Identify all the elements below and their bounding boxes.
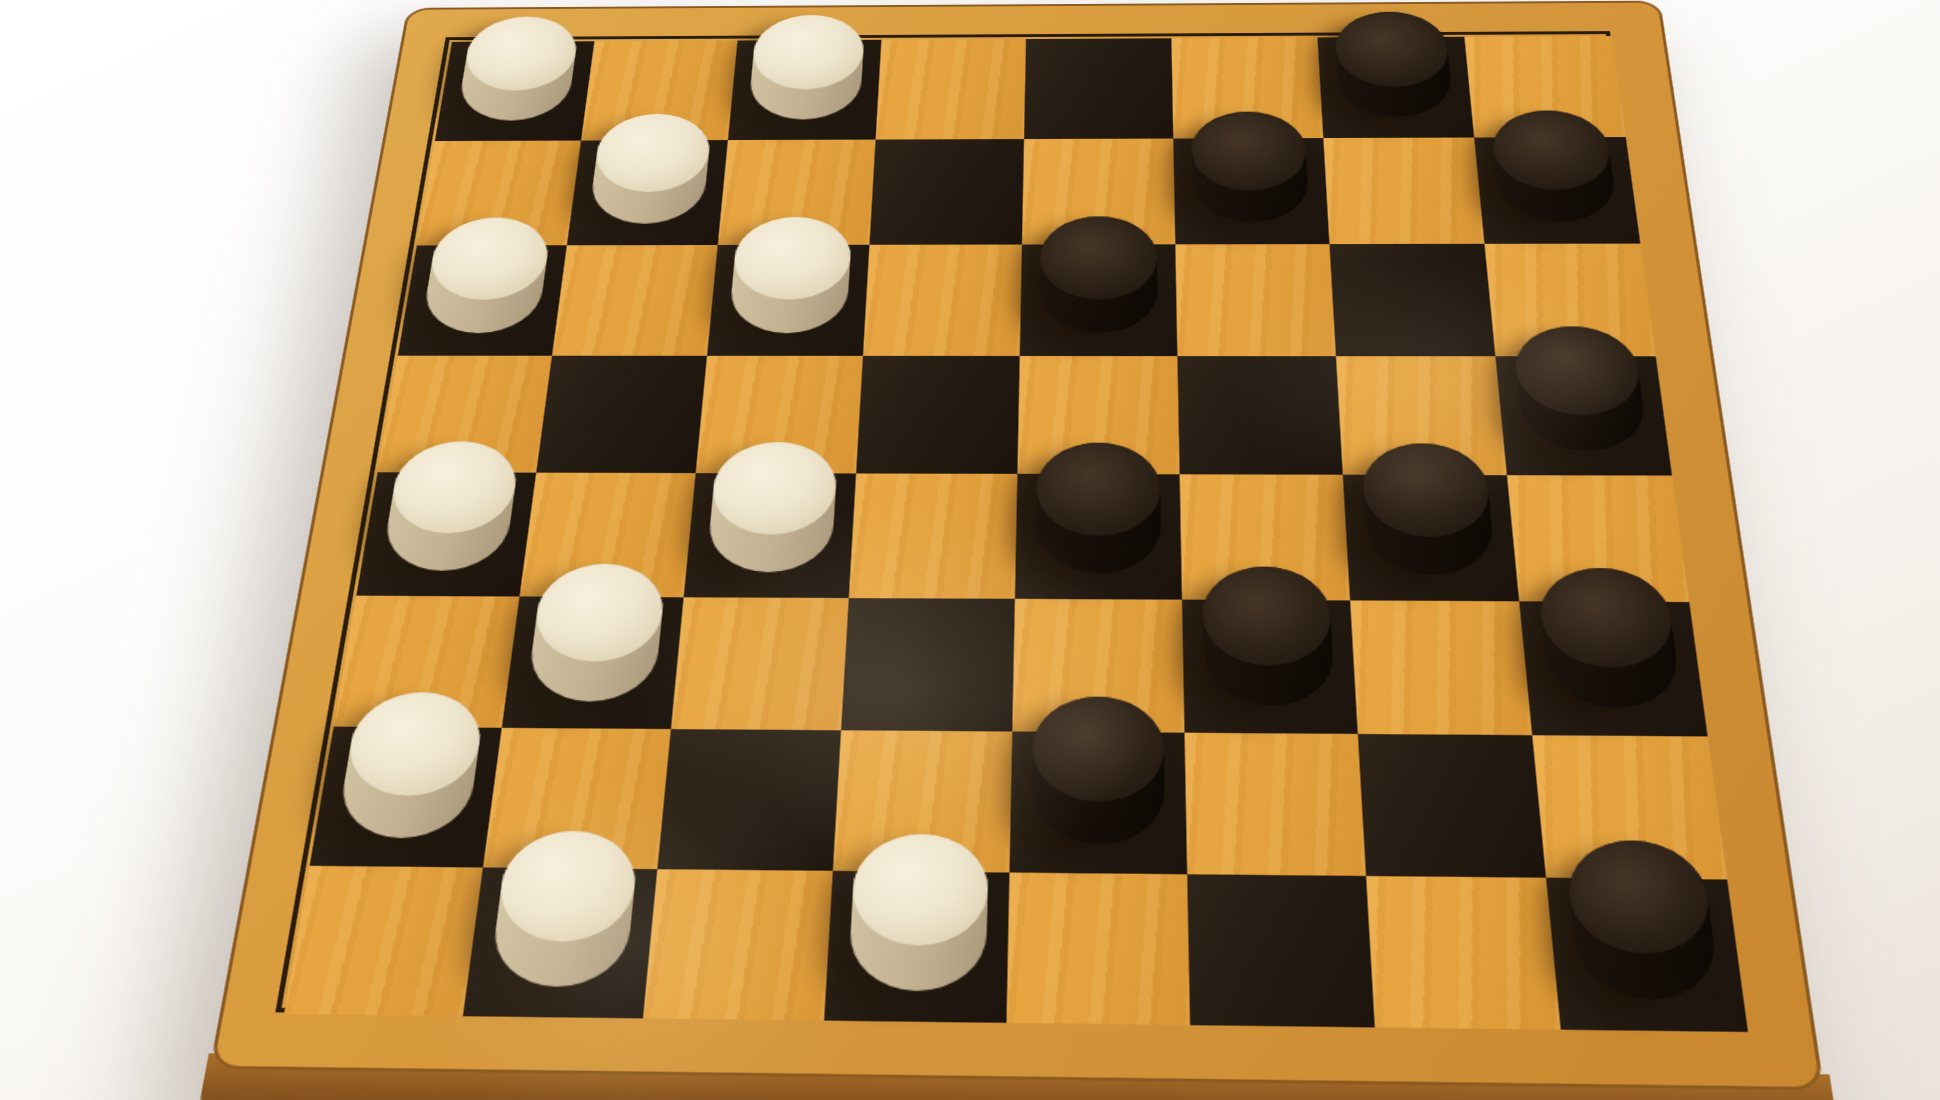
- square-d3-light[interactable]: [863, 245, 1022, 356]
- square-f3-light[interactable]: [1175, 244, 1336, 356]
- square-e8-light[interactable]: [1006, 873, 1190, 1026]
- square-g7-dark[interactable]: [1358, 734, 1546, 878]
- square-d2-dark[interactable]: [869, 139, 1024, 245]
- square-b8-dark[interactable]: ⛀: [463, 867, 657, 1018]
- square-d4-dark[interactable]: [856, 356, 1020, 474]
- square-h8-dark[interactable]: ⛂: [1546, 878, 1748, 1032]
- white-checker-piece[interactable]: ⛀: [747, 15, 865, 120]
- white-checker-piece[interactable]: ⛀: [728, 217, 853, 333]
- board-grid: ⛀⛀⛂⛀⛂⛂⛀⛀⛂⛂⛀⛀⛂⛂⛀⛂⛂⛀⛂⛀⛀⛂: [284, 36, 1748, 1032]
- square-e1-dark[interactable]: [1024, 38, 1173, 139]
- black-checker-piece[interactable]: ⛂: [1039, 216, 1158, 333]
- square-b2-dark[interactable]: ⛀: [567, 140, 728, 245]
- square-h6-dark[interactable]: ⛂: [1519, 601, 1707, 736]
- square-c3-dark[interactable]: ⛀: [707, 245, 869, 356]
- square-h2-dark[interactable]: ⛂: [1474, 137, 1640, 244]
- square-g5-dark[interactable]: ⛂: [1343, 475, 1519, 602]
- black-checker-piece[interactable]: ⛂: [1031, 696, 1165, 845]
- square-f4-dark[interactable]: [1177, 356, 1342, 475]
- black-checker-piece[interactable]: ⛂: [1191, 111, 1310, 222]
- square-f6-dark[interactable]: ⛂: [1182, 600, 1358, 734]
- square-e7-dark[interactable]: ⛂: [1009, 731, 1187, 874]
- black-checker-piece[interactable]: ⛂: [1334, 12, 1455, 118]
- square-c7-dark[interactable]: [657, 729, 841, 871]
- square-f7-light[interactable]: [1185, 733, 1367, 876]
- square-e5-dark[interactable]: ⛂: [1015, 474, 1182, 600]
- square-e3-dark[interactable]: ⛂: [1020, 244, 1178, 356]
- square-a3-dark[interactable]: ⛀: [398, 245, 567, 356]
- white-checker-piece[interactable]: ⛀: [848, 834, 990, 992]
- square-c6-light[interactable]: [671, 597, 849, 730]
- square-b4-dark[interactable]: [536, 356, 707, 473]
- square-a5-dark[interactable]: ⛀: [356, 472, 536, 596]
- square-c5-dark[interactable]: ⛀: [684, 473, 856, 598]
- square-d8-dark[interactable]: ⛀: [824, 871, 1009, 1023]
- square-a8-light[interactable]: [284, 866, 483, 1016]
- square-h4-dark[interactable]: ⛂: [1495, 356, 1672, 475]
- square-a7-dark[interactable]: ⛀: [310, 727, 502, 868]
- square-f2-dark[interactable]: ⛂: [1173, 138, 1329, 244]
- black-checker-piece[interactable]: ⛂: [1035, 443, 1161, 574]
- checkers-board: ⛀⛀⛂⛀⛂⛂⛀⛀⛂⛂⛀⛀⛂⛂⛀⛂⛂⛀⛂⛀⛀⛂: [284, 36, 1748, 1032]
- square-d6-dark[interactable]: [841, 598, 1015, 731]
- black-checker-piece[interactable]: ⛂: [1201, 566, 1335, 706]
- square-g3-dark[interactable]: [1329, 244, 1495, 356]
- square-c1-dark[interactable]: ⛀: [728, 40, 882, 140]
- photo-backdrop: { "game": "checkers (English draughts), …: [0, 0, 1940, 1100]
- square-a1-dark[interactable]: ⛀: [435, 41, 595, 141]
- square-g2-light[interactable]: [1323, 138, 1484, 245]
- square-d5-light[interactable]: [849, 473, 1018, 598]
- square-g1-dark[interactable]: ⛂: [1317, 37, 1474, 138]
- square-d1-light[interactable]: [876, 39, 1026, 140]
- square-g8-light[interactable]: [1366, 876, 1561, 1030]
- square-c8-light[interactable]: [643, 869, 833, 1020]
- white-checker-piece[interactable]: ⛀: [706, 442, 839, 572]
- square-b6-dark[interactable]: ⛀: [502, 596, 684, 729]
- square-b3-light[interactable]: [552, 245, 718, 356]
- square-f8-dark[interactable]: [1187, 874, 1375, 1027]
- square-g6-light[interactable]: [1350, 600, 1532, 735]
